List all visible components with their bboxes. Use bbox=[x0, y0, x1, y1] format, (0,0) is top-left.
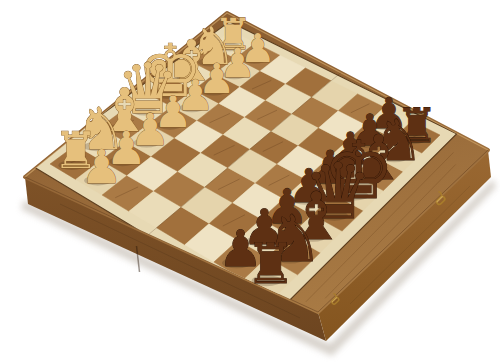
chess-board: ♜♟♞♟♝♟♚♟♛♟♟♝♜♟♟♞♞♟♟♜♝♟♟♚♟♛♟♝♟♞♟♜ bbox=[0, 0, 500, 362]
chess-set-photo: ♜♟♞♟♝♟♚♟♛♟♟♝♜♟♟♞♞♟♟♜♝♟♟♚♟♛♟♝♟♞♟♜ bbox=[0, 0, 500, 362]
piece-white-pawn-a2: ♟ bbox=[81, 140, 123, 194]
piece-black-rook-a8: ♜ bbox=[246, 231, 296, 296]
